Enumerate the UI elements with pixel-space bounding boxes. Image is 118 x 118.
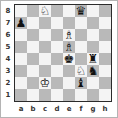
square-f3[interactable]: ♘ bbox=[75, 65, 87, 77]
file-labels: abcdefgh bbox=[15, 103, 111, 115]
square-e7[interactable] bbox=[63, 17, 75, 29]
square-g6[interactable] bbox=[87, 29, 99, 41]
piece-black-rook[interactable]: ♜ bbox=[88, 53, 99, 65]
square-a3[interactable] bbox=[15, 65, 27, 77]
square-c3[interactable] bbox=[39, 65, 51, 77]
square-b4[interactable] bbox=[27, 53, 39, 65]
piece-white-bishop[interactable]: ♗ bbox=[64, 41, 75, 53]
piece-black-knight[interactable]: ♞ bbox=[88, 65, 99, 77]
piece-white-knight[interactable]: ♘ bbox=[40, 5, 51, 17]
square-e4[interactable]: ♚ bbox=[63, 53, 75, 65]
square-e2[interactable] bbox=[63, 77, 75, 89]
piece-black-king[interactable]: ♚ bbox=[64, 53, 75, 65]
chess-board[interactable]: ♘♛♟♗♗♚♜♘♞♔♝ bbox=[14, 4, 112, 102]
square-d2[interactable] bbox=[51, 77, 63, 89]
square-f4[interactable] bbox=[75, 53, 87, 65]
square-d4[interactable] bbox=[51, 53, 63, 65]
square-a4[interactable] bbox=[15, 53, 27, 65]
square-c4[interactable] bbox=[39, 53, 51, 65]
square-f5[interactable] bbox=[75, 41, 87, 53]
rank-label-6: 6 bbox=[3, 29, 13, 41]
square-b3[interactable] bbox=[27, 65, 39, 77]
rank-label-8: 8 bbox=[3, 5, 13, 17]
square-a5[interactable] bbox=[15, 41, 27, 53]
square-b7[interactable] bbox=[27, 17, 39, 29]
square-f6[interactable] bbox=[75, 29, 87, 41]
square-e8[interactable] bbox=[63, 5, 75, 17]
rank-label-5: 5 bbox=[3, 41, 13, 53]
square-a8[interactable] bbox=[15, 5, 27, 17]
piece-white-bishop[interactable]: ♗ bbox=[64, 29, 75, 41]
file-label-e: e bbox=[63, 103, 75, 115]
square-c8[interactable]: ♘ bbox=[39, 5, 51, 17]
piece-white-king[interactable]: ♔ bbox=[40, 77, 51, 89]
piece-white-knight[interactable]: ♘ bbox=[76, 65, 87, 77]
square-h1[interactable] bbox=[99, 89, 111, 101]
square-d8[interactable] bbox=[51, 5, 63, 17]
piece-black-queen[interactable]: ♛ bbox=[76, 5, 87, 17]
square-a6[interactable] bbox=[15, 29, 27, 41]
square-g3[interactable]: ♞ bbox=[87, 65, 99, 77]
rank-label-1: 1 bbox=[3, 89, 13, 101]
rank-label-4: 4 bbox=[3, 53, 13, 65]
square-e1[interactable] bbox=[63, 89, 75, 101]
square-e3[interactable] bbox=[63, 65, 75, 77]
square-b5[interactable] bbox=[27, 41, 39, 53]
square-a1[interactable] bbox=[15, 89, 27, 101]
square-h4[interactable] bbox=[99, 53, 111, 65]
file-label-f: f bbox=[75, 103, 87, 115]
square-c6[interactable] bbox=[39, 29, 51, 41]
square-e5[interactable]: ♗ bbox=[63, 41, 75, 53]
square-h5[interactable] bbox=[99, 41, 111, 53]
square-a7[interactable]: ♟ bbox=[15, 17, 27, 29]
file-label-h: h bbox=[99, 103, 111, 115]
square-d6[interactable] bbox=[51, 29, 63, 41]
file-label-d: d bbox=[51, 103, 63, 115]
square-e6[interactable]: ♗ bbox=[63, 29, 75, 41]
square-d3[interactable] bbox=[51, 65, 63, 77]
rank-labels: 87654321 bbox=[3, 5, 13, 101]
chess-diagram: 87654321 ♘♛♟♗♗♚♜♘♞♔♝ abcdefgh bbox=[0, 0, 118, 118]
square-b2[interactable] bbox=[27, 77, 39, 89]
square-h3[interactable] bbox=[99, 65, 111, 77]
file-label-a: a bbox=[15, 103, 27, 115]
square-a2[interactable] bbox=[15, 77, 27, 89]
square-h8[interactable] bbox=[99, 5, 111, 17]
square-d5[interactable] bbox=[51, 41, 63, 53]
square-d1[interactable] bbox=[51, 89, 63, 101]
square-g7[interactable] bbox=[87, 17, 99, 29]
square-f2[interactable]: ♝ bbox=[75, 77, 87, 89]
square-b1[interactable] bbox=[27, 89, 39, 101]
square-g2[interactable] bbox=[87, 77, 99, 89]
piece-black-pawn[interactable]: ♟ bbox=[16, 17, 27, 29]
piece-black-bishop[interactable]: ♝ bbox=[76, 77, 87, 89]
file-label-g: g bbox=[87, 103, 99, 115]
file-label-c: c bbox=[39, 103, 51, 115]
square-g8[interactable] bbox=[87, 5, 99, 17]
square-c2[interactable]: ♔ bbox=[39, 77, 51, 89]
square-g1[interactable] bbox=[87, 89, 99, 101]
square-h6[interactable] bbox=[99, 29, 111, 41]
rank-label-2: 2 bbox=[3, 77, 13, 89]
square-f1[interactable] bbox=[75, 89, 87, 101]
square-h7[interactable] bbox=[99, 17, 111, 29]
square-f8[interactable]: ♛ bbox=[75, 5, 87, 17]
rank-label-7: 7 bbox=[3, 17, 13, 29]
file-label-b: b bbox=[27, 103, 39, 115]
square-f7[interactable] bbox=[75, 17, 87, 29]
square-d7[interactable] bbox=[51, 17, 63, 29]
square-c5[interactable] bbox=[39, 41, 51, 53]
square-b6[interactable] bbox=[27, 29, 39, 41]
square-b8[interactable] bbox=[27, 5, 39, 17]
square-c1[interactable] bbox=[39, 89, 51, 101]
square-g4[interactable]: ♜ bbox=[87, 53, 99, 65]
square-g5[interactable] bbox=[87, 41, 99, 53]
square-h2[interactable] bbox=[99, 77, 111, 89]
square-c7[interactable] bbox=[39, 17, 51, 29]
rank-label-3: 3 bbox=[3, 65, 13, 77]
